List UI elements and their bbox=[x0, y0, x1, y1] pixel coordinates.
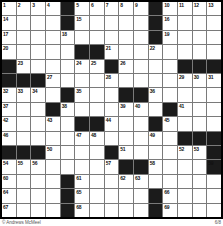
cell-r4c12[interactable] bbox=[163, 45, 177, 58]
cell-r2c1[interactable]: 14 bbox=[2, 16, 16, 29]
cell-r2c5 bbox=[61, 16, 75, 29]
cell-r10c9[interactable] bbox=[119, 132, 133, 145]
cell-r2c15[interactable] bbox=[207, 16, 221, 29]
cell-r4c1[interactable]: 20 bbox=[2, 45, 16, 58]
cell-r6c6[interactable] bbox=[75, 74, 89, 87]
cell-r11c5[interactable] bbox=[61, 146, 75, 159]
cell-r10c11[interactable]: 49 bbox=[149, 132, 163, 145]
clue-number: 41 bbox=[179, 103, 184, 109]
cell-r15c4[interactable] bbox=[46, 204, 60, 217]
clue-number: 11 bbox=[179, 2, 184, 8]
cell-r14c11 bbox=[149, 189, 163, 202]
cell-r14c8[interactable] bbox=[105, 189, 119, 202]
cell-r9c14[interactable] bbox=[193, 117, 207, 130]
cell-r7c8[interactable] bbox=[105, 88, 119, 101]
cell-r11c2 bbox=[17, 146, 31, 159]
cell-r1c10[interactable]: 9 bbox=[134, 2, 148, 15]
cell-r12c14[interactable] bbox=[193, 160, 207, 173]
cell-r6c8[interactable]: 28 bbox=[105, 74, 119, 87]
cell-r6c13[interactable]: 29 bbox=[178, 74, 192, 87]
cell-r1c7[interactable]: 6 bbox=[90, 2, 104, 15]
clue-number: 27 bbox=[47, 74, 52, 80]
clue-number: 35 bbox=[76, 88, 81, 94]
cell-r3c7[interactable] bbox=[90, 31, 104, 44]
cell-r9c9[interactable] bbox=[119, 117, 133, 130]
cell-r12c9 bbox=[119, 160, 133, 173]
cell-r7c13[interactable] bbox=[178, 88, 192, 101]
cell-r14c10[interactable] bbox=[134, 189, 148, 202]
cell-r3c9[interactable] bbox=[119, 31, 133, 44]
cell-r15c7[interactable] bbox=[90, 204, 104, 217]
cell-r3c13[interactable] bbox=[178, 31, 192, 44]
cell-r6c3 bbox=[31, 74, 45, 87]
clue-number: 1 bbox=[3, 2, 5, 8]
crossword-grid: 1234567891011121314151617181920212223242… bbox=[0, 0, 223, 219]
cell-r12c8[interactable]: 57 bbox=[105, 160, 119, 173]
cell-r1c11 bbox=[149, 2, 163, 15]
cell-r15c2[interactable] bbox=[17, 204, 31, 217]
cell-r8c7[interactable] bbox=[90, 103, 104, 116]
cell-r1c13[interactable]: 11 bbox=[178, 2, 192, 15]
cell-r11c7[interactable] bbox=[90, 146, 104, 159]
cell-r10c3[interactable] bbox=[31, 132, 45, 145]
clue-number: 59 bbox=[208, 160, 213, 166]
clue-number: 29 bbox=[179, 74, 184, 80]
cell-r14c2[interactable] bbox=[17, 189, 31, 202]
cell-r2c8[interactable] bbox=[105, 16, 119, 29]
cell-r10c2[interactable] bbox=[17, 132, 31, 145]
cell-r6c9[interactable] bbox=[119, 74, 133, 87]
cell-r13c14[interactable] bbox=[193, 175, 207, 188]
cell-r13c1[interactable]: 60 bbox=[2, 175, 16, 188]
cell-r8c10[interactable]: 40 bbox=[134, 103, 148, 116]
cell-r4c11[interactable]: 22 bbox=[149, 45, 163, 58]
clue-number: 31 bbox=[208, 74, 213, 80]
clue-number: 60 bbox=[3, 175, 8, 181]
cell-r13c2[interactable] bbox=[17, 175, 31, 188]
cell-r15c12[interactable]: 69 bbox=[163, 204, 177, 217]
clue-number: 10 bbox=[164, 2, 169, 8]
cell-r14c15[interactable] bbox=[207, 189, 221, 202]
cell-r3c10[interactable] bbox=[134, 31, 148, 44]
clue-number: 56 bbox=[32, 160, 37, 166]
cell-r9c13[interactable] bbox=[178, 117, 192, 130]
cell-r11c8 bbox=[105, 146, 119, 159]
cell-r11c6[interactable] bbox=[75, 146, 89, 159]
cell-r4c3[interactable] bbox=[31, 45, 45, 58]
clue-number: 28 bbox=[106, 74, 111, 80]
cell-r8c6[interactable] bbox=[75, 103, 89, 116]
cell-r5c2[interactable]: 23 bbox=[17, 60, 31, 73]
cell-r14c5 bbox=[61, 189, 75, 202]
cell-r9c15[interactable] bbox=[207, 117, 221, 130]
cell-r1c12[interactable]: 10 bbox=[163, 2, 177, 15]
cell-r5c3[interactable] bbox=[31, 60, 45, 73]
clue-number: 45 bbox=[164, 117, 169, 123]
clue-number: 68 bbox=[76, 204, 81, 210]
clue-number: 58 bbox=[150, 160, 155, 166]
clue-number: 38 bbox=[62, 103, 67, 109]
clue-number: 16 bbox=[164, 16, 169, 22]
cell-r1c1[interactable]: 1 bbox=[2, 2, 16, 15]
cell-r7c6[interactable]: 35 bbox=[75, 88, 89, 101]
clue-number: 57 bbox=[106, 160, 111, 166]
clue-number: 15 bbox=[76, 16, 81, 22]
clue-number: 14 bbox=[3, 16, 8, 22]
cell-r10c14 bbox=[193, 132, 207, 145]
cell-r10c4[interactable] bbox=[46, 132, 60, 145]
copyright-text: © Andrews McMeel bbox=[2, 219, 41, 226]
cell-r12c10 bbox=[134, 160, 148, 173]
cell-r2c11 bbox=[149, 16, 163, 29]
cell-r7c12[interactable] bbox=[163, 88, 177, 101]
cell-r15c9[interactable] bbox=[119, 204, 133, 217]
clue-number: 44 bbox=[106, 117, 111, 123]
cell-r7c5 bbox=[61, 88, 75, 101]
cell-r12c4[interactable] bbox=[46, 160, 60, 173]
clue-number: 47 bbox=[76, 132, 81, 138]
cell-r5c13 bbox=[178, 60, 192, 73]
cell-r11c1 bbox=[2, 146, 16, 159]
cell-r6c2 bbox=[17, 74, 31, 87]
cell-r4c10[interactable] bbox=[134, 45, 148, 58]
clue-number: 18 bbox=[62, 31, 67, 37]
clue-number: 36 bbox=[150, 88, 155, 94]
cell-r6c12[interactable] bbox=[163, 74, 177, 87]
cell-r1c2[interactable]: 2 bbox=[17, 2, 31, 15]
cell-r15c13[interactable] bbox=[178, 204, 192, 217]
cell-r8c5[interactable]: 38 bbox=[61, 103, 75, 116]
cell-r8c1[interactable]: 37 bbox=[2, 103, 16, 116]
cell-r5c10[interactable] bbox=[134, 60, 148, 73]
clue-number: 33 bbox=[18, 88, 23, 94]
clue-number: 62 bbox=[120, 175, 125, 181]
cell-r7c2[interactable]: 33 bbox=[17, 88, 31, 101]
cell-r5c9[interactable]: 26 bbox=[119, 60, 133, 73]
cell-r8c15[interactable] bbox=[207, 103, 221, 116]
cell-r13c6[interactable]: 61 bbox=[75, 175, 89, 188]
clue-number: 23 bbox=[18, 60, 23, 66]
cell-r13c15[interactable] bbox=[207, 175, 221, 188]
clue-number: 26 bbox=[120, 60, 125, 66]
cell-r13c5 bbox=[61, 175, 75, 188]
cell-r2c7[interactable] bbox=[90, 16, 104, 29]
cell-r6c15[interactable]: 31 bbox=[207, 74, 221, 87]
cell-r12c3[interactable]: 56 bbox=[31, 160, 45, 173]
cell-r13c4[interactable] bbox=[46, 175, 60, 188]
cell-r7c14[interactable] bbox=[193, 88, 207, 101]
cell-r7c11[interactable]: 36 bbox=[149, 88, 163, 101]
clue-number: 20 bbox=[3, 45, 8, 51]
clue-number: 17 bbox=[3, 31, 8, 37]
clue-number: 67 bbox=[3, 204, 8, 210]
cell-r14c14[interactable] bbox=[193, 189, 207, 202]
cell-r8c4 bbox=[46, 103, 60, 116]
cell-r15c10[interactable] bbox=[134, 204, 148, 217]
cell-r4c15[interactable] bbox=[207, 45, 221, 58]
cell-r9c6 bbox=[75, 117, 89, 130]
cell-r14c3[interactable] bbox=[31, 189, 45, 202]
clue-number: 69 bbox=[164, 204, 169, 210]
cell-r2c2[interactable] bbox=[17, 16, 31, 29]
clue-number: 9 bbox=[135, 2, 137, 8]
cell-r7c15[interactable] bbox=[207, 88, 221, 101]
cell-r1c4[interactable]: 4 bbox=[46, 2, 60, 15]
cell-r4c7 bbox=[90, 45, 104, 58]
clue-number: 42 bbox=[3, 117, 8, 123]
cell-r4c4[interactable] bbox=[46, 45, 60, 58]
cell-r13c3[interactable] bbox=[31, 175, 45, 188]
cell-r1c5 bbox=[61, 2, 75, 15]
cell-r2c14[interactable] bbox=[193, 16, 207, 29]
cell-r8c2[interactable] bbox=[17, 103, 31, 116]
cell-r11c3 bbox=[31, 146, 45, 159]
cell-r13c8[interactable] bbox=[105, 175, 119, 188]
cell-r5c7[interactable]: 25 bbox=[90, 60, 104, 73]
clue-number: 24 bbox=[76, 60, 81, 66]
cell-r8c11[interactable] bbox=[149, 103, 163, 116]
cell-r14c12[interactable]: 66 bbox=[163, 189, 177, 202]
cell-r2c13[interactable] bbox=[178, 16, 192, 29]
clue-number: 43 bbox=[47, 117, 52, 123]
cell-r8c8[interactable] bbox=[105, 103, 119, 116]
cell-r4c2[interactable] bbox=[17, 45, 31, 58]
cell-r14c9[interactable] bbox=[119, 189, 133, 202]
cell-r1c3[interactable]: 3 bbox=[31, 2, 45, 15]
cell-r2c6[interactable]: 15 bbox=[75, 16, 89, 29]
cell-r4c8[interactable]: 21 bbox=[105, 45, 119, 58]
cell-r3c8[interactable] bbox=[105, 31, 119, 44]
cell-r8c13[interactable]: 41 bbox=[178, 103, 192, 116]
cell-r3c12[interactable]: 19 bbox=[163, 31, 177, 44]
cell-r9c3[interactable] bbox=[31, 117, 45, 130]
cell-r1c14[interactable]: 12 bbox=[193, 2, 207, 15]
cell-r2c3[interactable] bbox=[31, 16, 45, 29]
cell-r3c11 bbox=[149, 31, 163, 44]
cell-r3c14[interactable] bbox=[193, 31, 207, 44]
cell-r8c12 bbox=[163, 103, 177, 116]
clue-number: 63 bbox=[135, 175, 140, 181]
clue-number: 66 bbox=[164, 189, 169, 195]
cell-r15c11 bbox=[149, 204, 163, 217]
cell-r11c9[interactable]: 51 bbox=[119, 146, 133, 159]
clue-number: 8 bbox=[120, 2, 122, 8]
cell-r15c5 bbox=[61, 204, 75, 217]
cell-r13c7[interactable] bbox=[90, 175, 104, 188]
clue-number: 21 bbox=[106, 45, 111, 51]
cell-r9c10[interactable] bbox=[134, 117, 148, 130]
cell-r6c4[interactable]: 27 bbox=[46, 74, 60, 87]
cell-r3c6[interactable] bbox=[75, 31, 89, 44]
cell-r12c2[interactable]: 55 bbox=[17, 160, 31, 173]
cell-r2c4[interactable] bbox=[46, 16, 60, 29]
clue-number: 65 bbox=[76, 189, 81, 195]
cell-r4c13[interactable] bbox=[178, 45, 192, 58]
cell-r6c7[interactable] bbox=[90, 74, 104, 87]
cell-r3c4[interactable] bbox=[46, 31, 60, 44]
cell-r1c15[interactable]: 13 bbox=[207, 2, 221, 15]
cell-r12c12[interactable] bbox=[163, 160, 177, 173]
cell-r12c13[interactable] bbox=[178, 160, 192, 173]
cell-r5c12[interactable] bbox=[163, 60, 177, 73]
footer: © Andrews McMeel 6/8 bbox=[0, 219, 223, 226]
clue-number: 48 bbox=[91, 132, 96, 138]
cell-r4c6 bbox=[75, 45, 89, 58]
cell-r10c15 bbox=[207, 132, 221, 145]
clue-number: 34 bbox=[32, 88, 37, 94]
clue-number: 12 bbox=[194, 2, 199, 8]
cell-r5c5[interactable] bbox=[61, 60, 75, 73]
clue-number: 40 bbox=[135, 103, 140, 109]
cell-r3c5[interactable]: 18 bbox=[61, 31, 75, 44]
cell-r14c7[interactable] bbox=[90, 189, 104, 202]
cell-r1c8[interactable]: 7 bbox=[105, 2, 119, 15]
cell-r15c8[interactable] bbox=[105, 204, 119, 217]
cell-r15c3[interactable] bbox=[31, 204, 45, 217]
cell-r14c1[interactable]: 64 bbox=[2, 189, 16, 202]
cell-r13c12[interactable] bbox=[163, 175, 177, 188]
cell-r11c13[interactable]: 52 bbox=[178, 146, 192, 159]
clue-number: 19 bbox=[164, 31, 169, 37]
clue-number: 55 bbox=[18, 160, 23, 166]
cell-r2c10[interactable] bbox=[134, 16, 148, 29]
cell-r1c9[interactable]: 8 bbox=[119, 2, 133, 15]
cell-r10c1[interactable]: 46 bbox=[2, 132, 16, 145]
cell-r9c7 bbox=[90, 117, 104, 130]
clue-number: 30 bbox=[194, 74, 199, 80]
cell-r12c6[interactable] bbox=[75, 160, 89, 173]
cell-r7c4[interactable] bbox=[46, 88, 60, 101]
clue-number: 51 bbox=[120, 146, 125, 152]
clue-number: 37 bbox=[3, 103, 8, 109]
clue-number: 6 bbox=[91, 2, 93, 8]
cell-r5c14 bbox=[193, 60, 207, 73]
cell-r8c9[interactable]: 39 bbox=[119, 103, 133, 116]
cell-r6c1 bbox=[2, 74, 16, 87]
clue-number: 54 bbox=[3, 160, 8, 166]
clue-number: 7 bbox=[106, 2, 108, 8]
clue-number: 4 bbox=[47, 2, 49, 8]
cell-r13c13[interactable] bbox=[178, 175, 192, 188]
cell-r2c12[interactable]: 16 bbox=[163, 16, 177, 29]
cell-r7c7[interactable] bbox=[90, 88, 104, 101]
cell-r12c1[interactable]: 54 bbox=[2, 160, 16, 173]
cell-r12c7[interactable] bbox=[90, 160, 104, 173]
cell-r13c9[interactable]: 62 bbox=[119, 175, 133, 188]
cell-r14c4[interactable] bbox=[46, 189, 60, 202]
cell-r3c3[interactable] bbox=[31, 31, 45, 44]
cell-r3c15[interactable] bbox=[207, 31, 221, 44]
cell-r10c8[interactable] bbox=[105, 132, 119, 145]
clue-number: 49 bbox=[150, 132, 155, 138]
cell-r5c4[interactable] bbox=[46, 60, 60, 73]
clue-number: 46 bbox=[3, 132, 8, 138]
cell-r12c15: 59 bbox=[207, 160, 221, 173]
cell-r4c9[interactable] bbox=[119, 45, 133, 58]
cell-r11c12[interactable] bbox=[163, 146, 177, 159]
cell-r3c1[interactable]: 17 bbox=[2, 31, 16, 44]
cell-r9c5[interactable] bbox=[61, 117, 75, 130]
cell-r4c14[interactable] bbox=[193, 45, 207, 58]
clue-number: 32 bbox=[3, 88, 8, 94]
clue-number: 13 bbox=[208, 2, 213, 8]
clue-number: 5 bbox=[76, 2, 78, 8]
cell-r15c6[interactable]: 68 bbox=[75, 204, 89, 217]
cell-r9c11 bbox=[149, 117, 163, 130]
cell-r5c15 bbox=[207, 60, 221, 73]
cell-r4c5[interactable] bbox=[61, 45, 75, 58]
cell-r8c3[interactable] bbox=[31, 103, 45, 116]
cell-r14c6[interactable]: 65 bbox=[75, 189, 89, 202]
cell-r9c2[interactable] bbox=[17, 117, 31, 130]
cell-r5c1 bbox=[2, 60, 16, 73]
cell-r8c14[interactable] bbox=[193, 103, 207, 116]
cell-r11c4[interactable]: 50 bbox=[46, 146, 60, 159]
cell-r11c14[interactable]: 53 bbox=[193, 146, 207, 159]
cell-r6c5[interactable] bbox=[61, 74, 75, 87]
clue-number: 61 bbox=[76, 175, 81, 181]
cell-r7c1[interactable]: 32 bbox=[2, 88, 16, 101]
date-text: 6/8 bbox=[215, 219, 221, 226]
cell-r5c8 bbox=[105, 60, 119, 73]
cell-r2c9[interactable] bbox=[119, 16, 133, 29]
cell-r11c10[interactable] bbox=[134, 146, 148, 159]
clue-number: 3 bbox=[32, 2, 34, 8]
cell-r12c11[interactable]: 58 bbox=[149, 160, 163, 173]
cell-r10c7[interactable]: 48 bbox=[90, 132, 104, 145]
cell-r7c9 bbox=[119, 88, 133, 101]
clue-number: 53 bbox=[194, 146, 199, 152]
cell-r7c10 bbox=[134, 88, 148, 101]
cell-r11c11[interactable] bbox=[149, 146, 163, 159]
cell-r9c1[interactable]: 42 bbox=[2, 117, 16, 130]
cell-r5c6[interactable]: 24 bbox=[75, 60, 89, 73]
clue-number: 39 bbox=[120, 103, 125, 109]
clue-number: 50 bbox=[47, 146, 52, 152]
cell-r10c13 bbox=[178, 132, 192, 145]
cell-r14c13[interactable] bbox=[178, 189, 192, 202]
cell-r9c8[interactable]: 44 bbox=[105, 117, 119, 130]
cell-r1c6[interactable]: 5 bbox=[75, 2, 89, 15]
cell-r7c3[interactable]: 34 bbox=[31, 88, 45, 101]
cell-r5c11[interactable] bbox=[149, 60, 163, 73]
clue-number: 64 bbox=[3, 189, 8, 195]
cell-r6c10[interactable] bbox=[134, 74, 148, 87]
cell-r11c15 bbox=[207, 146, 221, 159]
cell-r15c14[interactable] bbox=[193, 204, 207, 217]
cell-r6c11[interactable] bbox=[149, 74, 163, 87]
cell-r13c10[interactable]: 63 bbox=[134, 175, 148, 188]
cell-r6c14[interactable]: 30 bbox=[193, 74, 207, 87]
cell-r15c1[interactable]: 67 bbox=[2, 204, 16, 217]
cell-r10c10[interactable] bbox=[134, 132, 148, 145]
cell-r10c5[interactable] bbox=[61, 132, 75, 145]
cell-r3c2[interactable] bbox=[17, 31, 31, 44]
cell-r10c6[interactable]: 47 bbox=[75, 132, 89, 145]
cell-r9c4[interactable]: 43 bbox=[46, 117, 60, 130]
cell-r9c12[interactable]: 45 bbox=[163, 117, 177, 130]
clue-number: 22 bbox=[150, 45, 155, 51]
cell-r13c11[interactable] bbox=[149, 175, 163, 188]
clue-number: 52 bbox=[179, 146, 184, 152]
cell-r12c5[interactable] bbox=[61, 160, 75, 173]
clue-number: 2 bbox=[18, 2, 20, 8]
cell-r10c12[interactable] bbox=[163, 132, 177, 145]
cell-r15c15[interactable] bbox=[207, 204, 221, 217]
clue-number: 25 bbox=[91, 60, 96, 66]
